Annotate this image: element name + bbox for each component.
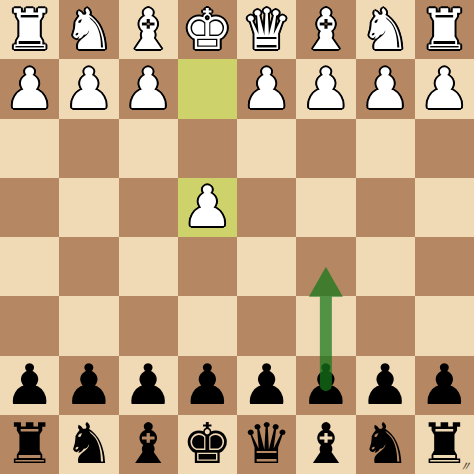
piece-black-bishop[interactable]: ♝: [123, 416, 173, 472]
square-h8[interactable]: ♜: [0, 415, 59, 474]
square-g5[interactable]: [59, 237, 118, 296]
piece-white-king[interactable]: ♚: [182, 2, 232, 58]
square-c3[interactable]: [296, 119, 355, 178]
square-e6[interactable]: [178, 296, 237, 355]
square-g8[interactable]: ♞: [59, 415, 118, 474]
square-a4[interactable]: [415, 178, 474, 237]
square-g3[interactable]: [59, 119, 118, 178]
square-a6[interactable]: [415, 296, 474, 355]
square-g2[interactable]: ♟: [59, 59, 118, 118]
square-c5[interactable]: [296, 237, 355, 296]
piece-black-rook[interactable]: ♜: [419, 416, 469, 472]
piece-white-knight[interactable]: ♞: [64, 2, 114, 58]
piece-black-pawn[interactable]: ♟: [5, 357, 55, 413]
square-g7[interactable]: ♟: [59, 356, 118, 415]
piece-white-pawn[interactable]: ♟: [182, 179, 232, 235]
piece-white-rook[interactable]: ♜: [5, 2, 55, 58]
square-g4[interactable]: [59, 178, 118, 237]
square-b4[interactable]: [356, 178, 415, 237]
piece-white-pawn[interactable]: ♟: [64, 61, 114, 117]
square-f2[interactable]: ♟: [119, 59, 178, 118]
piece-white-bishop[interactable]: ♝: [123, 2, 173, 58]
piece-black-pawn[interactable]: ♟: [123, 357, 173, 413]
piece-white-bishop[interactable]: ♝: [301, 2, 351, 58]
piece-white-pawn[interactable]: ♟: [360, 61, 410, 117]
piece-white-rook[interactable]: ♜: [419, 2, 469, 58]
square-e4[interactable]: ♟: [178, 178, 237, 237]
square-a8[interactable]: ♜: [415, 415, 474, 474]
piece-black-rook[interactable]: ♜: [5, 416, 55, 472]
square-e1[interactable]: ♚: [178, 0, 237, 59]
piece-black-knight[interactable]: ♞: [360, 416, 410, 472]
square-f3[interactable]: [119, 119, 178, 178]
square-a3[interactable]: [415, 119, 474, 178]
square-h4[interactable]: [0, 178, 59, 237]
square-d8[interactable]: ♛: [237, 415, 296, 474]
square-e2[interactable]: [178, 59, 237, 118]
square-b1[interactable]: ♞: [356, 0, 415, 59]
chess-board-wrap: ♜♞♝♚♛♝♞♜♟♟♟♟♟♟♟♟♟♟♟♟♟♟♟♟♜♞♝♚♛♝♞♜ 〃: [0, 0, 474, 474]
square-d7[interactable]: ♟: [237, 356, 296, 415]
square-h3[interactable]: [0, 119, 59, 178]
square-d5[interactable]: [237, 237, 296, 296]
square-b7[interactable]: ♟: [356, 356, 415, 415]
square-g1[interactable]: ♞: [59, 0, 118, 59]
square-a5[interactable]: [415, 237, 474, 296]
square-b5[interactable]: [356, 237, 415, 296]
square-e8[interactable]: ♚: [178, 415, 237, 474]
piece-black-pawn[interactable]: ♟: [182, 357, 232, 413]
piece-black-bishop[interactable]: ♝: [301, 416, 351, 472]
square-h2[interactable]: ♟: [0, 59, 59, 118]
piece-white-pawn[interactable]: ♟: [5, 61, 55, 117]
square-f1[interactable]: ♝: [119, 0, 178, 59]
square-h5[interactable]: [0, 237, 59, 296]
square-c1[interactable]: ♝: [296, 0, 355, 59]
square-a2[interactable]: ♟: [415, 59, 474, 118]
square-b8[interactable]: ♞: [356, 415, 415, 474]
piece-white-queen[interactable]: ♛: [242, 2, 292, 58]
piece-white-pawn[interactable]: ♟: [419, 61, 469, 117]
square-b2[interactable]: ♟: [356, 59, 415, 118]
square-c7[interactable]: ♟: [296, 356, 355, 415]
square-a7[interactable]: ♟: [415, 356, 474, 415]
piece-black-pawn[interactable]: ♟: [64, 357, 114, 413]
piece-white-pawn[interactable]: ♟: [123, 61, 173, 117]
square-c8[interactable]: ♝: [296, 415, 355, 474]
square-a1[interactable]: ♜: [415, 0, 474, 59]
square-d4[interactable]: [237, 178, 296, 237]
square-e7[interactable]: ♟: [178, 356, 237, 415]
piece-black-pawn[interactable]: ♟: [301, 357, 351, 413]
piece-black-knight[interactable]: ♞: [64, 416, 114, 472]
square-h1[interactable]: ♜: [0, 0, 59, 59]
piece-white-knight[interactable]: ♞: [360, 2, 410, 58]
square-f6[interactable]: [119, 296, 178, 355]
square-h7[interactable]: ♟: [0, 356, 59, 415]
piece-black-pawn[interactable]: ♟: [242, 357, 292, 413]
square-c6[interactable]: [296, 296, 355, 355]
square-f5[interactable]: [119, 237, 178, 296]
square-c2[interactable]: ♟: [296, 59, 355, 118]
square-d3[interactable]: [237, 119, 296, 178]
square-h6[interactable]: [0, 296, 59, 355]
piece-white-pawn[interactable]: ♟: [242, 61, 292, 117]
square-e3[interactable]: [178, 119, 237, 178]
square-f8[interactable]: ♝: [119, 415, 178, 474]
chess-board: ♜♞♝♚♛♝♞♜♟♟♟♟♟♟♟♟♟♟♟♟♟♟♟♟♜♞♝♚♛♝♞♜: [0, 0, 474, 474]
piece-black-pawn[interactable]: ♟: [360, 357, 410, 413]
piece-white-pawn[interactable]: ♟: [301, 61, 351, 117]
piece-black-pawn[interactable]: ♟: [419, 357, 469, 413]
piece-black-king[interactable]: ♚: [182, 416, 232, 472]
square-d6[interactable]: [237, 296, 296, 355]
square-c4[interactable]: [296, 178, 355, 237]
square-f4[interactable]: [119, 178, 178, 237]
square-d2[interactable]: ♟: [237, 59, 296, 118]
piece-black-queen[interactable]: ♛: [242, 416, 292, 472]
square-g6[interactable]: [59, 296, 118, 355]
square-f7[interactable]: ♟: [119, 356, 178, 415]
square-e5[interactable]: [178, 237, 237, 296]
square-b6[interactable]: [356, 296, 415, 355]
square-b3[interactable]: [356, 119, 415, 178]
square-d1[interactable]: ♛: [237, 0, 296, 59]
